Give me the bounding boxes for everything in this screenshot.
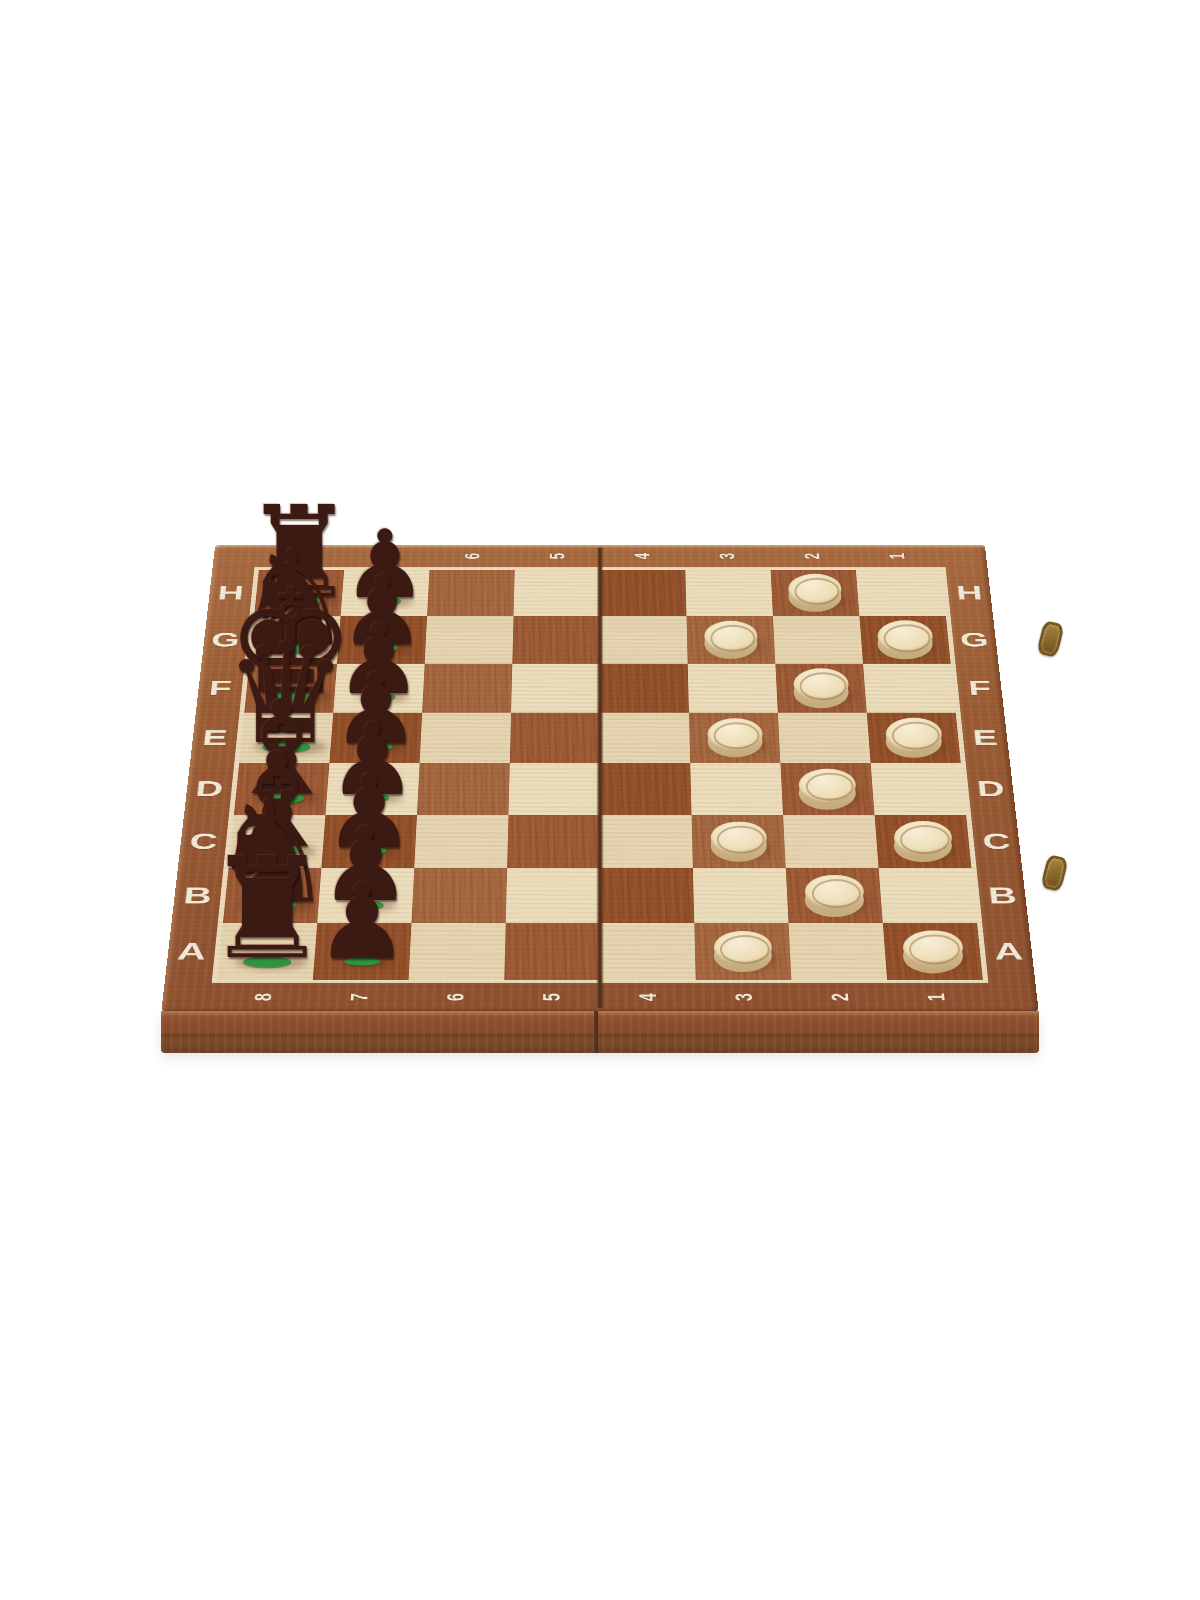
file-label-right-E: E: [971, 725, 999, 750]
square-a3[interactable]: [694, 923, 791, 980]
square-f5[interactable]: [511, 664, 600, 713]
square-g7[interactable]: [337, 616, 427, 664]
square-e1[interactable]: [867, 713, 961, 763]
square-b5[interactable]: [506, 868, 600, 923]
chess-board: HH88GG77FF66EE55DD44CC33BB22AA11: [161, 545, 1038, 1011]
square-b3[interactable]: [693, 868, 789, 923]
square-f7[interactable]: [333, 664, 424, 713]
file-label-left-F: F: [208, 676, 233, 700]
square-f2[interactable]: [775, 664, 866, 713]
square-b6[interactable]: [411, 868, 507, 923]
file-label-right-C: C: [981, 828, 1012, 854]
square-f3[interactable]: [688, 664, 778, 713]
square-e2[interactable]: [778, 713, 871, 763]
square-h5[interactable]: [514, 570, 600, 616]
square-d3[interactable]: [690, 763, 783, 815]
square-e3[interactable]: [689, 713, 780, 763]
square-g5[interactable]: [512, 616, 600, 664]
square-a2[interactable]: [789, 923, 888, 980]
rank-label-top-2: 2: [800, 553, 824, 559]
square-g3[interactable]: [686, 616, 775, 664]
square-f8[interactable]: [244, 664, 337, 713]
brass-clasp-icon: [1040, 854, 1069, 892]
square-e4[interactable]: [600, 713, 690, 763]
square-b8[interactable]: [223, 868, 321, 923]
file-label-right-B: B: [987, 882, 1018, 909]
rank-label-top-8: 8: [290, 553, 314, 559]
square-a8[interactable]: [217, 923, 317, 980]
square-h7[interactable]: [341, 570, 430, 616]
square-h2[interactable]: [771, 570, 860, 616]
square-a5[interactable]: [504, 923, 600, 980]
rank-label-top-5: 5: [546, 553, 570, 559]
square-a4[interactable]: [600, 923, 696, 980]
rank-label-bottom-1: 1: [923, 993, 951, 1001]
square-d2[interactable]: [780, 763, 874, 815]
square-c7[interactable]: [321, 815, 417, 868]
file-label-left-A: A: [176, 937, 208, 965]
square-a1[interactable]: [883, 923, 983, 980]
square-e8[interactable]: [239, 713, 333, 763]
square-h6[interactable]: [427, 570, 515, 616]
square-g1[interactable]: [859, 616, 950, 664]
file-label-right-H: H: [955, 581, 983, 604]
file-label-right-F: F: [967, 676, 992, 700]
square-e7[interactable]: [329, 713, 422, 763]
rank-label-bottom-6: 6: [442, 993, 469, 1001]
square-b7[interactable]: [317, 868, 414, 923]
rank-label-bottom-8: 8: [250, 993, 278, 1001]
rank-label-top-1: 1: [885, 553, 909, 559]
rank-label-top-4: 4: [630, 553, 654, 559]
rank-label-bottom-3: 3: [731, 993, 758, 1001]
square-d4[interactable]: [600, 763, 692, 815]
square-g4[interactable]: [600, 616, 688, 664]
front-fold-seam: [594, 1011, 598, 1053]
rank-label-top-3: 3: [715, 553, 739, 559]
rank-label-top-6: 6: [460, 553, 484, 559]
square-h4[interactable]: [600, 570, 686, 616]
square-h3[interactable]: [685, 570, 773, 616]
brass-clasp-icon: [1036, 620, 1065, 658]
rank-label-bottom-4: 4: [634, 993, 661, 1001]
file-label-left-E: E: [201, 725, 229, 750]
square-c6[interactable]: [414, 815, 508, 868]
square-f6[interactable]: [422, 664, 512, 713]
square-h8[interactable]: [254, 570, 344, 616]
square-c3[interactable]: [692, 815, 786, 868]
file-label-right-A: A: [993, 937, 1025, 965]
square-b1[interactable]: [879, 868, 977, 923]
square-a6[interactable]: [409, 923, 506, 980]
square-d8[interactable]: [234, 763, 329, 815]
rank-label-bottom-7: 7: [346, 993, 374, 1001]
square-c8[interactable]: [229, 815, 326, 868]
file-label-left-G: G: [210, 628, 241, 651]
square-b2[interactable]: [786, 868, 883, 923]
square-e5[interactable]: [510, 713, 600, 763]
rank-label-top-7: 7: [375, 553, 399, 559]
square-d6[interactable]: [417, 763, 510, 815]
square-f1[interactable]: [863, 664, 956, 713]
file-label-left-H: H: [216, 581, 244, 604]
square-d7[interactable]: [325, 763, 419, 815]
square-g8[interactable]: [249, 616, 340, 664]
square-c2[interactable]: [783, 815, 879, 868]
square-g6[interactable]: [425, 616, 514, 664]
square-d5[interactable]: [508, 763, 600, 815]
fold-seam: [596, 547, 603, 1008]
square-h1[interactable]: [856, 570, 946, 616]
file-label-left-C: C: [188, 828, 219, 854]
rank-label-bottom-2: 2: [827, 993, 855, 1001]
file-label-left-D: D: [194, 776, 224, 801]
file-label-right-D: D: [976, 776, 1006, 801]
square-b4[interactable]: [600, 868, 694, 923]
file-label-left-B: B: [182, 882, 213, 909]
square-e6[interactable]: [420, 713, 511, 763]
square-d1[interactable]: [871, 763, 966, 815]
product-photo-stage: Open wooden folding chessboard photograp…: [0, 0, 1200, 1600]
square-g2[interactable]: [773, 616, 863, 664]
square-c4[interactable]: [600, 815, 693, 868]
file-label-right-G: G: [959, 628, 990, 651]
square-f4[interactable]: [600, 664, 689, 713]
rank-label-bottom-5: 5: [538, 993, 565, 1001]
board-front-edge: [161, 1011, 1039, 1053]
square-c5[interactable]: [507, 815, 600, 868]
square-a7[interactable]: [313, 923, 412, 980]
square-c1[interactable]: [875, 815, 972, 868]
